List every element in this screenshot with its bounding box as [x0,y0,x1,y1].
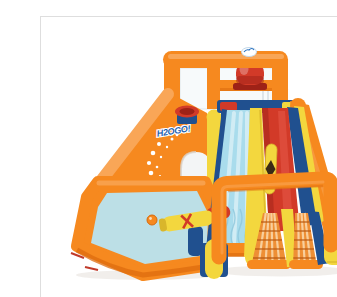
frame-top-bar [163,51,288,68]
basketball-hoop [175,106,199,125]
ramp-bumper-left [247,260,291,269]
frame-right-post [272,59,288,105]
brand-badge [242,48,257,57]
pool-ball [147,215,157,225]
inflatable-water-park-illustration: H2OGO! [41,17,337,297]
climbing-wall: H2OGO! [95,93,211,187]
product-photo: H2OGO! [40,16,337,297]
cannon-mount [188,226,203,256]
